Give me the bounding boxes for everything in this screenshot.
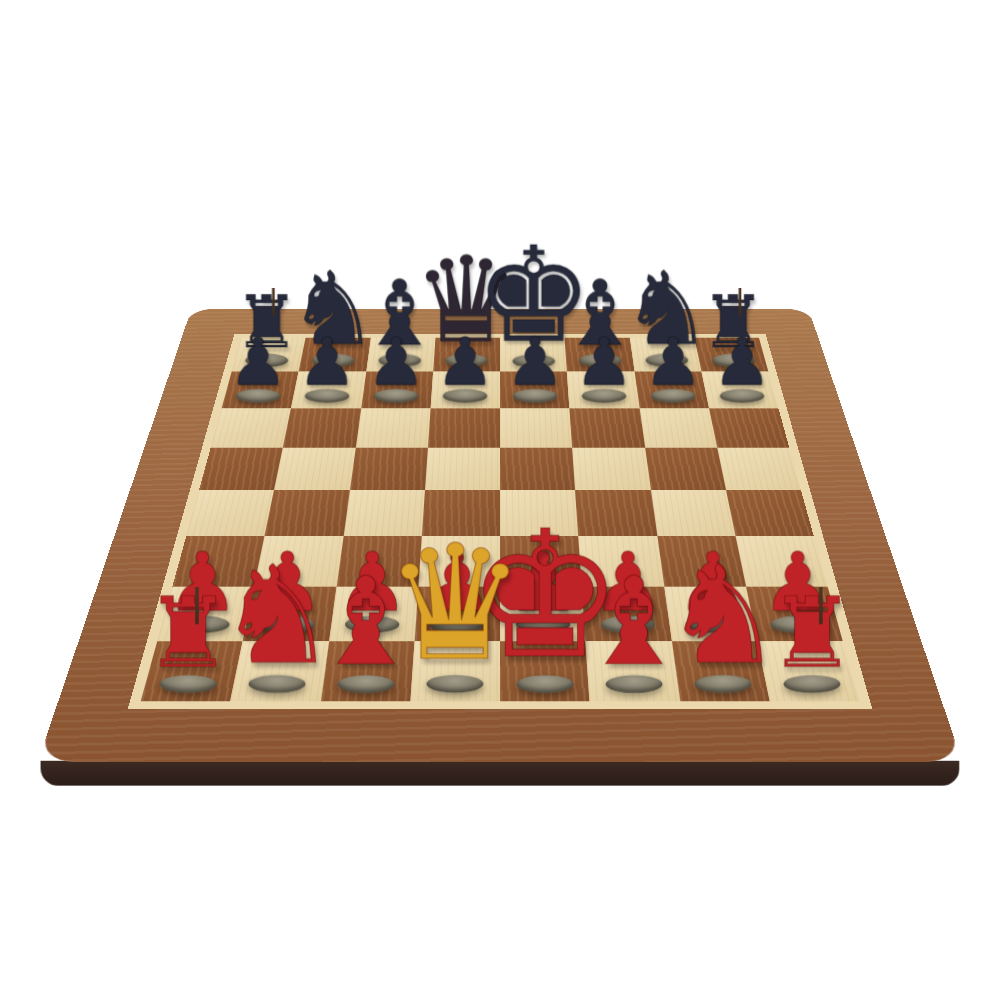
square-b8[interactable]: ♞ [299, 338, 371, 372]
figurine-base [512, 354, 555, 367]
square-f6[interactable] [570, 408, 645, 447]
chess-piece-glyph: ♜ [672, 288, 796, 357]
piece-black-knight-b8[interactable]: ♞ [271, 261, 395, 367]
square-h6[interactable] [709, 408, 789, 447]
flag-cloth [223, 220, 271, 281]
piece-black-pawn-c7[interactable]: ♟ [332, 330, 461, 403]
square-f8[interactable]: ♝ [565, 338, 634, 372]
figurine-base [443, 389, 487, 403]
square-g6[interactable] [639, 408, 717, 447]
piece-black-pawn-g7[interactable]: ♟ [609, 330, 738, 403]
scene: ♜♞♝♛♚♝♞♜♟♟♟♟♟♟♟♟♟♟♟♟♟♟♟♟♜♞♝♛♚♝♞♜ [0, 0, 1000, 1000]
board-field: ♜♞♝♛♚♝♞♜♟♟♟♟♟♟♟♟♟♟♟♟♟♟♟♟♜♞♝♛♚♝♞♜ [128, 334, 872, 709]
figurine-base [513, 389, 557, 403]
figurine-base [720, 389, 764, 403]
piece-black-rook-a8[interactable]: ♜ [204, 288, 328, 367]
piece-white-knight-g1[interactable]: ♞ [640, 551, 806, 693]
square-e6[interactable] [500, 408, 572, 447]
chess-piece-glyph: ♝ [538, 271, 662, 357]
piece-black-knight-g8[interactable]: ♞ [605, 261, 729, 367]
piece-black-pawn-h7[interactable]: ♟ [678, 330, 807, 403]
piece-black-pawn-b7[interactable]: ♟ [262, 330, 391, 403]
square-d6[interactable] [428, 408, 500, 447]
square-b1[interactable]: ♞ [230, 641, 328, 701]
chess-piece-glyph: ♞ [640, 551, 806, 679]
chess-piece-glyph: ♟ [262, 330, 391, 393]
piece-black-queen-d8[interactable]: ♛ [405, 244, 529, 367]
chess-piece-glyph: ♚ [471, 233, 595, 358]
figurine-base [379, 354, 422, 367]
square-e5[interactable] [500, 447, 575, 490]
square-g5[interactable] [645, 447, 726, 490]
figurine-base [374, 389, 418, 403]
square-d5[interactable] [425, 447, 500, 490]
square-a6[interactable] [211, 408, 291, 447]
board-edge [41, 761, 960, 786]
square-e7[interactable]: ♟ [500, 372, 570, 408]
square-f5[interactable] [572, 447, 650, 490]
square-g1[interactable]: ♞ [671, 641, 769, 701]
chess-piece-glyph: ♟ [332, 330, 461, 393]
square-a7[interactable]: ♟ [222, 372, 299, 408]
piece-white-knight-b1[interactable]: ♞ [194, 551, 360, 693]
flag-cloth [691, 220, 739, 281]
piece-black-pawn-a7[interactable]: ♟ [193, 330, 322, 403]
piece-black-king-e8[interactable]: ♚ [471, 233, 595, 367]
square-f7[interactable]: ♟ [567, 372, 639, 408]
square-h7[interactable]: ♟ [701, 372, 778, 408]
square-g8[interactable]: ♞ [629, 338, 701, 372]
square-a8[interactable]: ♜ [232, 338, 306, 372]
figurine-base [579, 354, 622, 367]
board-grid: ♜♞♝♛♚♝♞♜♟♟♟♟♟♟♟♟♟♟♟♟♟♟♟♟♜♞♝♛♚♝♞♜ [141, 338, 860, 701]
square-d7[interactable]: ♟ [430, 372, 500, 408]
chess-piece-glyph: ♟ [401, 330, 530, 393]
square-h5[interactable] [717, 447, 801, 490]
piece-black-pawn-e7[interactable]: ♟ [470, 330, 599, 403]
union-jack-flag-icon [819, 503, 823, 624]
piece-black-bishop-c8[interactable]: ♝ [338, 271, 462, 367]
square-g4[interactable] [651, 490, 736, 536]
chess-piece-glyph: ♟ [539, 330, 668, 393]
chess-piece-glyph: ♞ [605, 261, 729, 357]
chess-piece-glyph: ♞ [194, 551, 360, 679]
chess-piece-glyph: ♛ [372, 529, 538, 680]
chess-piece-glyph: ♛ [405, 244, 529, 357]
chess-piece-glyph: ♞ [271, 261, 395, 357]
square-h4[interactable] [726, 490, 814, 536]
square-a5[interactable] [199, 447, 283, 490]
figurine-base [712, 354, 755, 367]
square-b5[interactable] [274, 447, 355, 490]
figurine-base [646, 354, 689, 367]
figurine-base [651, 389, 695, 403]
square-g7[interactable]: ♟ [634, 372, 709, 408]
chess-piece-glyph: ♟ [609, 330, 738, 393]
figurine-base [582, 389, 626, 403]
square-c8[interactable]: ♝ [366, 338, 435, 372]
square-b7[interactable]: ♟ [291, 372, 366, 408]
square-e8[interactable]: ♚ [500, 338, 567, 372]
piece-black-rook-h8[interactable]: ♜ [672, 288, 796, 367]
figurine-base [236, 389, 280, 403]
square-b4[interactable] [265, 490, 350, 536]
chess-piece-glyph: ♝ [338, 271, 462, 357]
chess-piece-glyph: ♟ [193, 330, 322, 393]
figurine-base [305, 389, 349, 403]
figurine-base [445, 354, 488, 367]
piece-black-pawn-f7[interactable]: ♟ [539, 330, 668, 403]
french-tricolor-flag-icon [271, 225, 274, 315]
chess-piece-glyph: ♜ [204, 288, 328, 357]
square-h8[interactable]: ♜ [694, 338, 768, 372]
piece-black-pawn-d7[interactable]: ♟ [401, 330, 530, 403]
chess-piece-glyph: ♟ [470, 330, 599, 393]
square-c6[interactable] [355, 408, 430, 447]
square-d8[interactable]: ♛ [433, 338, 500, 372]
square-c7[interactable]: ♟ [361, 372, 433, 408]
chess-board: ♜♞♝♛♚♝♞♜♟♟♟♟♟♟♟♟♟♟♟♟♟♟♟♟♜♞♝♛♚♝♞♜ [38, 309, 962, 762]
square-d1[interactable]: ♛ [410, 641, 500, 701]
figurine-base [312, 354, 355, 367]
chess-piece-glyph: ♟ [678, 330, 807, 393]
piece-black-bishop-f8[interactable]: ♝ [538, 271, 662, 367]
square-b6[interactable] [283, 408, 361, 447]
flag-cloth [823, 503, 882, 556]
figurine-base [245, 354, 288, 367]
product-photo-stage: ♜♞♝♛♚♝♞♜♟♟♟♟♟♟♟♟♟♟♟♟♟♟♟♟♜♞♝♛♚♝♞♜ [0, 0, 1000, 1000]
french-tricolor-flag-icon [739, 225, 742, 315]
square-c5[interactable] [350, 447, 428, 490]
piece-white-queen-d1[interactable]: ♛ [372, 529, 538, 693]
